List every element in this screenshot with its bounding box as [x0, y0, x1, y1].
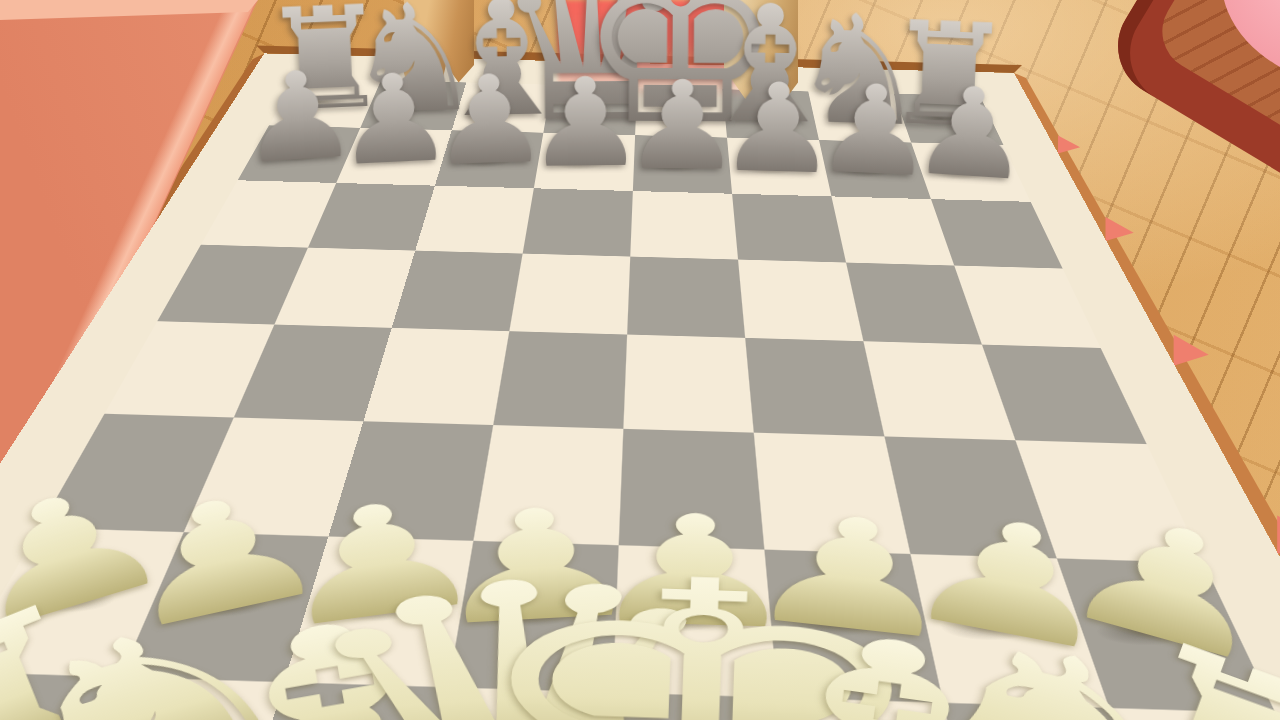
chess-3d-scene: ♜♞♝♛♚♝♞♜♟♟♟♟♟♟♟♟♟♟♟♟♟♟♟♟♜♞♝♛♚♝♞♜	[0, 0, 1280, 720]
pieces-layer: ♜♞♝♛♚♝♞♜♟♟♟♟♟♟♟♟♟♟♟♟♟♟♟♟♜♞♝♛♚♝♞♜	[0, 0, 1280, 720]
piece-black-pawn-h7[interactable]: ♟	[907, 69, 1035, 199]
